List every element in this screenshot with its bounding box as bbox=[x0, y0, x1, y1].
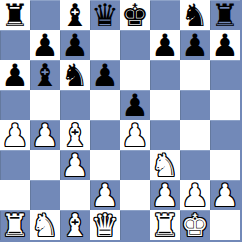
square-g8[interactable]: ♞ bbox=[180, 0, 210, 30]
square-e6[interactable] bbox=[120, 60, 150, 90]
square-a3[interactable] bbox=[0, 150, 30, 180]
square-g2[interactable]: ♟ bbox=[180, 180, 210, 210]
square-b6[interactable]: ♝ bbox=[30, 60, 60, 90]
chess-board: ♜♝♛♚♞♜♟♟♟♟♟♟♝♞♟♟♟♟♝♟♟♞♟♟♟♟♜♞♝♛♜♚ bbox=[0, 0, 242, 242]
square-a7[interactable] bbox=[0, 30, 30, 60]
piece-black-pawn[interactable]: ♟ bbox=[121, 90, 149, 121]
square-e3[interactable] bbox=[120, 150, 150, 180]
piece-black-rook[interactable]: ♜ bbox=[1, 0, 29, 31]
piece-black-rook[interactable]: ♜ bbox=[211, 0, 239, 31]
square-f6[interactable] bbox=[150, 60, 180, 90]
square-b5[interactable] bbox=[30, 90, 60, 120]
piece-white-pawn[interactable]: ♟ bbox=[151, 180, 179, 211]
square-f1[interactable]: ♜ bbox=[150, 210, 180, 240]
square-b2[interactable] bbox=[30, 180, 60, 210]
square-f3[interactable]: ♞ bbox=[150, 150, 180, 180]
square-d8[interactable]: ♛ bbox=[90, 0, 120, 30]
square-f5[interactable] bbox=[150, 90, 180, 120]
square-c3[interactable]: ♟ bbox=[60, 150, 90, 180]
square-c1[interactable]: ♝ bbox=[60, 210, 90, 240]
square-b7[interactable]: ♟ bbox=[30, 30, 60, 60]
square-c7[interactable]: ♟ bbox=[60, 30, 90, 60]
square-c2[interactable] bbox=[60, 180, 90, 210]
square-a1[interactable]: ♜ bbox=[0, 210, 30, 240]
square-c8[interactable]: ♝ bbox=[60, 0, 90, 30]
square-h2[interactable]: ♟ bbox=[210, 180, 240, 210]
square-h6[interactable] bbox=[210, 60, 240, 90]
piece-white-bishop[interactable]: ♝ bbox=[61, 210, 89, 241]
square-e5[interactable]: ♟ bbox=[120, 90, 150, 120]
piece-black-king[interactable]: ♚ bbox=[121, 0, 149, 31]
square-b4[interactable]: ♟ bbox=[30, 120, 60, 150]
square-f8[interactable] bbox=[150, 0, 180, 30]
square-d4[interactable] bbox=[90, 120, 120, 150]
piece-white-knight[interactable]: ♞ bbox=[31, 210, 59, 241]
piece-white-pawn[interactable]: ♟ bbox=[121, 120, 149, 151]
piece-black-knight[interactable]: ♞ bbox=[61, 60, 89, 91]
piece-black-queen[interactable]: ♛ bbox=[91, 0, 119, 31]
piece-black-bishop[interactable]: ♝ bbox=[31, 60, 59, 91]
square-a2[interactable] bbox=[0, 180, 30, 210]
square-e2[interactable] bbox=[120, 180, 150, 210]
piece-black-pawn[interactable]: ♟ bbox=[1, 60, 29, 91]
square-e1[interactable] bbox=[120, 210, 150, 240]
square-h8[interactable]: ♜ bbox=[210, 0, 240, 30]
square-h3[interactable] bbox=[210, 150, 240, 180]
square-c5[interactable] bbox=[60, 90, 90, 120]
square-d2[interactable]: ♟ bbox=[90, 180, 120, 210]
square-g5[interactable] bbox=[180, 90, 210, 120]
square-h1[interactable] bbox=[210, 210, 240, 240]
square-g3[interactable] bbox=[180, 150, 210, 180]
square-h7[interactable]: ♟ bbox=[210, 30, 240, 60]
square-a4[interactable]: ♟ bbox=[0, 120, 30, 150]
square-g6[interactable] bbox=[180, 60, 210, 90]
square-e7[interactable] bbox=[120, 30, 150, 60]
square-g4[interactable] bbox=[180, 120, 210, 150]
square-h5[interactable] bbox=[210, 90, 240, 120]
square-d6[interactable]: ♟ bbox=[90, 60, 120, 90]
square-b8[interactable] bbox=[30, 0, 60, 30]
piece-black-pawn[interactable]: ♟ bbox=[61, 30, 89, 61]
square-g1[interactable]: ♚ bbox=[180, 210, 210, 240]
square-e8[interactable]: ♚ bbox=[120, 0, 150, 30]
piece-white-pawn[interactable]: ♟ bbox=[181, 180, 209, 211]
square-g7[interactable]: ♟ bbox=[180, 30, 210, 60]
piece-white-queen[interactable]: ♛ bbox=[91, 210, 119, 241]
piece-white-pawn[interactable]: ♟ bbox=[61, 150, 89, 181]
piece-white-pawn[interactable]: ♟ bbox=[211, 180, 239, 211]
piece-white-pawn[interactable]: ♟ bbox=[91, 180, 119, 211]
square-b1[interactable]: ♞ bbox=[30, 210, 60, 240]
square-c6[interactable]: ♞ bbox=[60, 60, 90, 90]
square-a5[interactable] bbox=[0, 90, 30, 120]
square-f4[interactable] bbox=[150, 120, 180, 150]
piece-black-pawn[interactable]: ♟ bbox=[151, 30, 179, 61]
piece-black-bishop[interactable]: ♝ bbox=[61, 0, 89, 31]
piece-black-knight[interactable]: ♞ bbox=[181, 0, 209, 31]
square-d5[interactable] bbox=[90, 90, 120, 120]
piece-white-knight[interactable]: ♞ bbox=[151, 150, 179, 181]
piece-white-pawn[interactable]: ♟ bbox=[1, 120, 29, 151]
piece-black-pawn[interactable]: ♟ bbox=[91, 60, 119, 91]
piece-black-pawn[interactable]: ♟ bbox=[31, 30, 59, 61]
square-f7[interactable]: ♟ bbox=[150, 30, 180, 60]
square-h4[interactable] bbox=[210, 120, 240, 150]
piece-black-pawn[interactable]: ♟ bbox=[211, 30, 239, 61]
square-d1[interactable]: ♛ bbox=[90, 210, 120, 240]
piece-white-pawn[interactable]: ♟ bbox=[31, 120, 59, 151]
piece-black-pawn[interactable]: ♟ bbox=[181, 30, 209, 61]
square-a8[interactable]: ♜ bbox=[0, 0, 30, 30]
square-b3[interactable] bbox=[30, 150, 60, 180]
square-d3[interactable] bbox=[90, 150, 120, 180]
piece-white-rook[interactable]: ♜ bbox=[1, 210, 29, 241]
piece-white-bishop[interactable]: ♝ bbox=[61, 120, 89, 151]
square-d7[interactable] bbox=[90, 30, 120, 60]
square-f2[interactable]: ♟ bbox=[150, 180, 180, 210]
piece-white-rook[interactable]: ♜ bbox=[151, 210, 179, 241]
square-e4[interactable]: ♟ bbox=[120, 120, 150, 150]
square-c4[interactable]: ♝ bbox=[60, 120, 90, 150]
piece-white-king[interactable]: ♚ bbox=[181, 210, 209, 241]
square-a6[interactable]: ♟ bbox=[0, 60, 30, 90]
